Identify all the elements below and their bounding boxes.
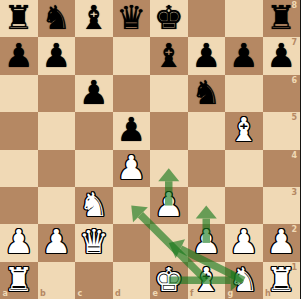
square-e6[interactable]: [150, 75, 188, 112]
square-b1[interactable]: b: [38, 262, 76, 299]
square-c4[interactable]: [75, 150, 113, 187]
piece-black-bishop[interactable]: ♝: [154, 39, 184, 72]
piece-black-king[interactable]: ♚: [154, 1, 184, 34]
piece-white-pawn[interactable]: ♟: [41, 225, 71, 258]
piece-black-pawn[interactable]: ♟: [116, 113, 146, 146]
coord-rank-3: 3: [291, 189, 297, 197]
coord-file-c: c: [78, 290, 83, 298]
piece-white-rook[interactable]: ♜: [4, 263, 34, 296]
piece-black-knight[interactable]: ♞: [41, 1, 71, 34]
piece-white-rook[interactable]: ♜: [266, 263, 296, 296]
piece-white-pawn[interactable]: ♟: [266, 225, 296, 258]
piece-white-pawn[interactable]: ♟: [191, 225, 221, 258]
square-a8[interactable]: ♜: [0, 0, 38, 37]
square-d7[interactable]: [113, 37, 151, 74]
chess-board: ♜♞♝♛♚8♜♟♟♝♟♟7♟♟♞6♟♝5♟4♞♟3♟♟♛♟♟2♟a♜bcde♚f…: [0, 0, 300, 299]
square-b2[interactable]: ♟: [38, 224, 76, 261]
square-a3[interactable]: [0, 187, 38, 224]
square-g5[interactable]: ♝: [225, 112, 263, 149]
square-e1[interactable]: e♚: [150, 262, 188, 299]
square-f3[interactable]: [188, 187, 226, 224]
piece-black-knight[interactable]: ♞: [191, 76, 221, 109]
square-c1[interactable]: c: [75, 262, 113, 299]
square-h8[interactable]: 8♜: [263, 0, 301, 37]
square-f1[interactable]: f♝: [188, 262, 226, 299]
square-g1[interactable]: g♞: [225, 262, 263, 299]
piece-white-bishop[interactable]: ♝: [229, 113, 259, 146]
square-h4[interactable]: 4: [263, 150, 301, 187]
piece-black-bishop[interactable]: ♝: [79, 1, 109, 34]
square-e2[interactable]: [150, 224, 188, 261]
square-e5[interactable]: [150, 112, 188, 149]
square-d4[interactable]: ♟: [113, 150, 151, 187]
square-c3[interactable]: ♞: [75, 187, 113, 224]
square-b5[interactable]: [38, 112, 76, 149]
square-h7[interactable]: 7♟: [263, 37, 301, 74]
square-h6[interactable]: 6: [263, 75, 301, 112]
square-g2[interactable]: ♟: [225, 224, 263, 261]
square-a2[interactable]: ♟: [0, 224, 38, 261]
square-f7[interactable]: ♟: [188, 37, 226, 74]
square-d6[interactable]: [113, 75, 151, 112]
square-h5[interactable]: 5: [263, 112, 301, 149]
square-b7[interactable]: ♟: [38, 37, 76, 74]
piece-black-rook[interactable]: ♜: [266, 1, 296, 34]
square-a6[interactable]: [0, 75, 38, 112]
square-f6[interactable]: ♞: [188, 75, 226, 112]
piece-black-queen[interactable]: ♛: [116, 1, 146, 34]
square-c6[interactable]: ♟: [75, 75, 113, 112]
piece-white-queen[interactable]: ♛: [79, 225, 109, 258]
coord-file-d: d: [115, 290, 121, 298]
square-b6[interactable]: [38, 75, 76, 112]
piece-white-pawn[interactable]: ♟: [229, 225, 259, 258]
square-c5[interactable]: [75, 112, 113, 149]
coord-rank-4: 4: [291, 152, 297, 160]
square-e8[interactable]: ♚: [150, 0, 188, 37]
square-b8[interactable]: ♞: [38, 0, 76, 37]
piece-white-king[interactable]: ♚: [154, 263, 184, 296]
square-c2[interactable]: ♛: [75, 224, 113, 261]
square-b3[interactable]: [38, 187, 76, 224]
square-d8[interactable]: ♛: [113, 0, 151, 37]
piece-black-rook[interactable]: ♜: [4, 1, 34, 34]
square-c7[interactable]: [75, 37, 113, 74]
piece-black-pawn[interactable]: ♟: [266, 39, 296, 72]
piece-white-pawn[interactable]: ♟: [154, 188, 184, 221]
square-e4[interactable]: [150, 150, 188, 187]
square-f4[interactable]: [188, 150, 226, 187]
square-h1[interactable]: 1h♜: [263, 262, 301, 299]
square-g6[interactable]: [225, 75, 263, 112]
square-f2[interactable]: ♟: [188, 224, 226, 261]
coord-rank-5: 5: [291, 114, 297, 122]
piece-white-knight[interactable]: ♞: [229, 263, 259, 296]
square-g4[interactable]: [225, 150, 263, 187]
square-d1[interactable]: d: [113, 262, 151, 299]
piece-white-pawn[interactable]: ♟: [116, 151, 146, 184]
piece-black-pawn[interactable]: ♟: [41, 39, 71, 72]
square-h3[interactable]: 3: [263, 187, 301, 224]
square-f5[interactable]: [188, 112, 226, 149]
square-g7[interactable]: ♟: [225, 37, 263, 74]
square-g8[interactable]: [225, 0, 263, 37]
square-h2[interactable]: 2♟: [263, 224, 301, 261]
piece-black-pawn[interactable]: ♟: [4, 39, 34, 72]
piece-black-pawn[interactable]: ♟: [229, 39, 259, 72]
square-d3[interactable]: [113, 187, 151, 224]
square-a7[interactable]: ♟: [0, 37, 38, 74]
piece-white-bishop[interactable]: ♝: [191, 263, 221, 296]
square-e7[interactable]: ♝: [150, 37, 188, 74]
piece-white-pawn[interactable]: ♟: [4, 225, 34, 258]
square-a4[interactable]: [0, 150, 38, 187]
piece-black-pawn[interactable]: ♟: [191, 39, 221, 72]
square-a1[interactable]: a♜: [0, 262, 38, 299]
square-c8[interactable]: ♝: [75, 0, 113, 37]
square-d2[interactable]: [113, 224, 151, 261]
square-d5[interactable]: ♟: [113, 112, 151, 149]
square-a5[interactable]: [0, 112, 38, 149]
piece-white-knight[interactable]: ♞: [79, 188, 109, 221]
coord-rank-6: 6: [291, 77, 297, 85]
square-e3[interactable]: ♟: [150, 187, 188, 224]
square-b4[interactable]: [38, 150, 76, 187]
square-f8[interactable]: [188, 0, 226, 37]
coord-file-b: b: [40, 290, 46, 298]
square-g3[interactable]: [225, 187, 263, 224]
piece-black-pawn[interactable]: ♟: [79, 76, 109, 109]
